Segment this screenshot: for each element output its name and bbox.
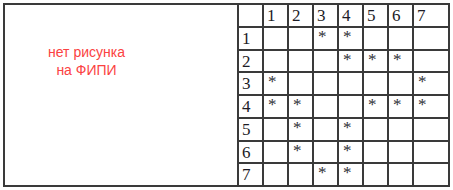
note-line-2: на ФИПИ xyxy=(5,61,168,79)
cell-r5-c6 xyxy=(389,119,412,140)
cell-r2-c3 xyxy=(314,51,337,72)
cell-r1-c7 xyxy=(414,28,448,49)
cell-r3-c5 xyxy=(364,73,387,94)
cell-r3-c2 xyxy=(289,73,312,94)
col-header-2: 2 xyxy=(289,5,312,26)
cell-r6-c7 xyxy=(414,142,448,163)
cell-r1-c4: * xyxy=(339,28,362,49)
cell-r6-c6 xyxy=(389,142,412,163)
cell-r4-c3 xyxy=(314,96,337,117)
cell-r6-c3 xyxy=(314,142,337,163)
cell-r6-c5 xyxy=(364,142,387,163)
col-header-1: 1 xyxy=(264,5,287,26)
cell-r7-c7 xyxy=(414,164,448,185)
col-header-4: 4 xyxy=(339,5,362,26)
cell-r3-c4 xyxy=(339,73,362,94)
cell-r5-c4: * xyxy=(339,119,362,140)
cell-r1-c5 xyxy=(364,28,387,49)
col-header-3: 3 xyxy=(314,5,337,26)
cell-r7-c3: * xyxy=(314,164,337,185)
adjacency-table: 12345671**2***3**4*****5**6**7** xyxy=(237,5,448,185)
cell-r5-c5 xyxy=(364,119,387,140)
cell-r5-c7 xyxy=(414,119,448,140)
cell-r2-c7 xyxy=(414,51,448,72)
cell-r6-c1 xyxy=(264,142,287,163)
cell-r5-c3 xyxy=(314,119,337,140)
cell-r3-c6 xyxy=(389,73,412,94)
col-header-5: 5 xyxy=(364,5,387,26)
row-header-6: 6 xyxy=(239,142,262,163)
col-header-7: 7 xyxy=(414,5,448,26)
cell-r4-c7: * xyxy=(414,96,448,117)
corner-cell xyxy=(239,5,262,26)
screenshot-canvas: нет рисунка на ФИПИ 12345671**2***3**4**… xyxy=(0,0,453,190)
col-header-6: 6 xyxy=(389,5,412,26)
row-header-1: 1 xyxy=(239,28,262,49)
cell-r7-c1 xyxy=(264,164,287,185)
row-header-4: 4 xyxy=(239,96,262,117)
cell-r2-c2 xyxy=(289,51,312,72)
note-line-1: нет рисунка xyxy=(5,43,168,61)
cell-r6-c4: * xyxy=(339,142,362,163)
cell-r7-c2 xyxy=(289,164,312,185)
row-header-7: 7 xyxy=(239,164,262,185)
cell-r1-c1 xyxy=(264,28,287,49)
cell-r4-c1: * xyxy=(264,96,287,117)
cell-r1-c2 xyxy=(289,28,312,49)
cell-r5-c1 xyxy=(264,119,287,140)
placeholder-panel: нет рисунка на ФИПИ xyxy=(5,5,237,185)
cell-r2-c1 xyxy=(264,51,287,72)
cell-r4-c5: * xyxy=(364,96,387,117)
figure: нет рисунка на ФИПИ 12345671**2***3**4**… xyxy=(3,3,450,187)
cell-r7-c5 xyxy=(364,164,387,185)
cell-r6-c2: * xyxy=(289,142,312,163)
cell-r1-c6 xyxy=(389,28,412,49)
cell-r4-c2: * xyxy=(289,96,312,117)
cell-r2-c6: * xyxy=(389,51,412,72)
row-header-2: 2 xyxy=(239,51,262,72)
row-header-5: 5 xyxy=(239,119,262,140)
cell-r2-c5: * xyxy=(364,51,387,72)
placeholder-note: нет рисунка на ФИПИ xyxy=(5,43,168,79)
cell-r7-c4: * xyxy=(339,164,362,185)
cell-r3-c7: * xyxy=(414,73,448,94)
cell-r3-c3 xyxy=(314,73,337,94)
cell-r1-c3: * xyxy=(314,28,337,49)
row-header-3: 3 xyxy=(239,73,262,94)
cell-r7-c6 xyxy=(389,164,412,185)
cell-r5-c2: * xyxy=(289,119,312,140)
cell-r3-c1: * xyxy=(264,73,287,94)
cell-r2-c4: * xyxy=(339,51,362,72)
cell-r4-c6: * xyxy=(389,96,412,117)
cell-r4-c4 xyxy=(339,96,362,117)
